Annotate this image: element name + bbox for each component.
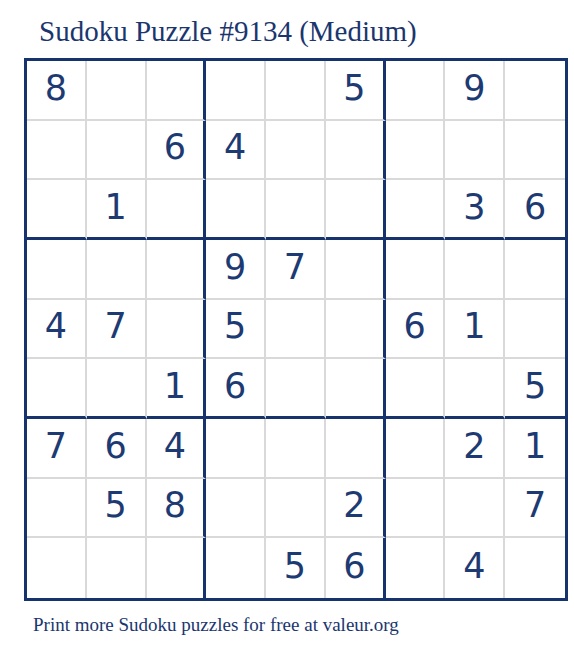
cell-r2-c1-empty[interactable] xyxy=(27,121,87,181)
cell-r9-c5-given: 5 xyxy=(266,538,326,598)
cell-r3-c5-empty[interactable] xyxy=(266,180,326,240)
cell-r5-c3-empty[interactable] xyxy=(147,300,207,360)
cell-r8-c3-given: 8 xyxy=(147,479,207,539)
cell-r4-c4-given: 9 xyxy=(206,240,266,300)
cell-r3-c6-empty[interactable] xyxy=(326,180,386,240)
cell-r1-c2-empty[interactable] xyxy=(87,61,147,121)
cell-r5-c6-empty[interactable] xyxy=(326,300,386,360)
cell-r6-c2-empty[interactable] xyxy=(87,359,147,419)
cell-r7-c8-given: 2 xyxy=(445,419,505,479)
cell-r6-c8-empty[interactable] xyxy=(445,359,505,419)
cell-r8-c8-empty[interactable] xyxy=(445,479,505,539)
cell-r7-c5-empty[interactable] xyxy=(266,419,326,479)
cell-r5-c7-given: 6 xyxy=(386,300,446,360)
page-title: Sudoku Puzzle #9134 (Medium) xyxy=(39,12,574,50)
cell-r2-c3-given: 6 xyxy=(147,121,207,181)
cell-r9-c1-empty[interactable] xyxy=(27,538,87,598)
cell-r6-c6-empty[interactable] xyxy=(326,359,386,419)
cell-r6-c7-empty[interactable] xyxy=(386,359,446,419)
cell-r7-c6-empty[interactable] xyxy=(326,419,386,479)
cell-r1-c8-given: 9 xyxy=(445,61,505,121)
cell-r3-c1-empty[interactable] xyxy=(27,180,87,240)
cell-r7-c7-empty[interactable] xyxy=(386,419,446,479)
cell-r4-c7-empty[interactable] xyxy=(386,240,446,300)
cell-r5-c1-given: 4 xyxy=(27,300,87,360)
cell-r4-c9-empty[interactable] xyxy=(505,240,565,300)
cell-r8-c7-empty[interactable] xyxy=(386,479,446,539)
cell-r2-c5-empty[interactable] xyxy=(266,121,326,181)
cell-r1-c5-empty[interactable] xyxy=(266,61,326,121)
cell-r8-c1-empty[interactable] xyxy=(27,479,87,539)
cell-r6-c1-empty[interactable] xyxy=(27,359,87,419)
cell-r5-c5-empty[interactable] xyxy=(266,300,326,360)
cell-r3-c9-given: 6 xyxy=(505,180,565,240)
cell-r8-c5-empty[interactable] xyxy=(266,479,326,539)
cell-r4-c1-empty[interactable] xyxy=(27,240,87,300)
cell-r4-c5-given: 7 xyxy=(266,240,326,300)
cell-r5-c9-empty[interactable] xyxy=(505,300,565,360)
cell-r5-c2-given: 7 xyxy=(87,300,147,360)
cell-r8-c4-empty[interactable] xyxy=(206,479,266,539)
cell-r8-c6-given: 2 xyxy=(326,479,386,539)
cell-r9-c9-empty[interactable] xyxy=(505,538,565,598)
footer-text: Print more Sudoku puzzles for free at va… xyxy=(33,614,574,636)
cell-r5-c8-given: 1 xyxy=(445,300,505,360)
cell-r2-c8-empty[interactable] xyxy=(445,121,505,181)
cell-r1-c9-empty[interactable] xyxy=(505,61,565,121)
cell-r7-c9-given: 1 xyxy=(505,419,565,479)
cell-r8-c9-given: 7 xyxy=(505,479,565,539)
cell-r1-c4-empty[interactable] xyxy=(206,61,266,121)
cell-r3-c4-empty[interactable] xyxy=(206,180,266,240)
cell-r4-c2-empty[interactable] xyxy=(87,240,147,300)
page: Sudoku Puzzle #9134 (Medium) 85964136974… xyxy=(0,12,574,636)
cell-r2-c6-empty[interactable] xyxy=(326,121,386,181)
cell-r7-c1-given: 7 xyxy=(27,419,87,479)
cell-r6-c9-given: 5 xyxy=(505,359,565,419)
cell-r9-c2-empty[interactable] xyxy=(87,538,147,598)
cell-r9-c6-given: 6 xyxy=(326,538,386,598)
cell-r1-c7-empty[interactable] xyxy=(386,61,446,121)
cell-r9-c8-given: 4 xyxy=(445,538,505,598)
cell-r3-c7-empty[interactable] xyxy=(386,180,446,240)
cell-r7-c2-given: 6 xyxy=(87,419,147,479)
cell-r6-c3-given: 1 xyxy=(147,359,207,419)
cell-r9-c7-empty[interactable] xyxy=(386,538,446,598)
cell-r1-c6-given: 5 xyxy=(326,61,386,121)
cell-r3-c3-empty[interactable] xyxy=(147,180,207,240)
cell-r6-c5-empty[interactable] xyxy=(266,359,326,419)
cell-r6-c4-given: 6 xyxy=(206,359,266,419)
cell-r8-c2-given: 5 xyxy=(87,479,147,539)
cell-r9-c4-empty[interactable] xyxy=(206,538,266,598)
cell-r4-c8-empty[interactable] xyxy=(445,240,505,300)
cell-r3-c2-given: 1 xyxy=(87,180,147,240)
sudoku-board: 859641369747561165764215827564 xyxy=(24,58,568,601)
cell-r5-c4-given: 5 xyxy=(206,300,266,360)
cell-r2-c4-given: 4 xyxy=(206,121,266,181)
cell-r4-c6-empty[interactable] xyxy=(326,240,386,300)
cell-r3-c8-given: 3 xyxy=(445,180,505,240)
cell-r7-c3-given: 4 xyxy=(147,419,207,479)
cell-r1-c3-empty[interactable] xyxy=(147,61,207,121)
cell-r7-c4-empty[interactable] xyxy=(206,419,266,479)
cell-r2-c9-empty[interactable] xyxy=(505,121,565,181)
cell-r1-c1-given: 8 xyxy=(27,61,87,121)
cell-r2-c2-empty[interactable] xyxy=(87,121,147,181)
cell-r4-c3-empty[interactable] xyxy=(147,240,207,300)
cell-r2-c7-empty[interactable] xyxy=(386,121,446,181)
cell-r9-c3-empty[interactable] xyxy=(147,538,207,598)
